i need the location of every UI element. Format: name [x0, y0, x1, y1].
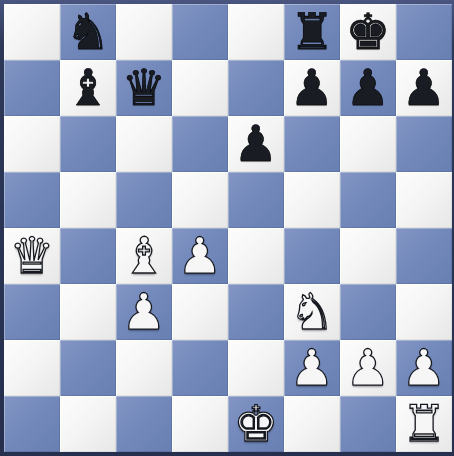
square-f2[interactable]: ♟ — [284, 340, 340, 396]
black-king-icon[interactable]: ♚ — [346, 4, 391, 60]
white-pawn-icon[interactable]: ♟ — [402, 340, 447, 396]
square-c3[interactable]: ♟ — [116, 284, 172, 340]
square-f4[interactable] — [284, 228, 340, 284]
square-b7[interactable]: ♝ — [60, 60, 116, 116]
chess-board: ♞♜♚♝♛♟♟♟♟♛♝♟♟♞♟♟♟♚♜ — [4, 4, 452, 452]
square-b2[interactable] — [60, 340, 116, 396]
square-g6[interactable] — [340, 116, 396, 172]
square-b1[interactable] — [60, 396, 116, 452]
square-b6[interactable] — [60, 116, 116, 172]
square-h5[interactable] — [396, 172, 452, 228]
black-bishop-icon[interactable]: ♝ — [66, 60, 111, 116]
square-g1[interactable] — [340, 396, 396, 452]
board-frame: ♞♜♚♝♛♟♟♟♟♛♝♟♟♞♟♟♟♚♜ — [0, 0, 454, 456]
square-e7[interactable] — [228, 60, 284, 116]
square-c4[interactable]: ♝ — [116, 228, 172, 284]
square-a6[interactable] — [4, 116, 60, 172]
white-pawn-icon[interactable]: ♟ — [290, 340, 335, 396]
square-e4[interactable] — [228, 228, 284, 284]
square-h3[interactable] — [396, 284, 452, 340]
square-f6[interactable] — [284, 116, 340, 172]
square-a3[interactable] — [4, 284, 60, 340]
square-h6[interactable] — [396, 116, 452, 172]
square-h1[interactable]: ♜ — [396, 396, 452, 452]
square-d5[interactable] — [172, 172, 228, 228]
square-e3[interactable] — [228, 284, 284, 340]
square-b4[interactable] — [60, 228, 116, 284]
black-pawn-icon[interactable]: ♟ — [402, 60, 447, 116]
square-g4[interactable] — [340, 228, 396, 284]
square-d6[interactable] — [172, 116, 228, 172]
square-c5[interactable] — [116, 172, 172, 228]
white-knight-icon[interactable]: ♞ — [290, 284, 335, 340]
square-a4[interactable]: ♛ — [4, 228, 60, 284]
square-c1[interactable] — [116, 396, 172, 452]
black-queen-icon[interactable]: ♛ — [122, 60, 167, 116]
square-g3[interactable] — [340, 284, 396, 340]
square-f7[interactable]: ♟ — [284, 60, 340, 116]
square-g8[interactable]: ♚ — [340, 4, 396, 60]
white-pawn-icon[interactable]: ♟ — [346, 340, 391, 396]
square-c6[interactable] — [116, 116, 172, 172]
square-b3[interactable] — [60, 284, 116, 340]
square-g2[interactable]: ♟ — [340, 340, 396, 396]
square-a1[interactable] — [4, 396, 60, 452]
black-pawn-icon[interactable]: ♟ — [346, 60, 391, 116]
square-d8[interactable] — [172, 4, 228, 60]
black-pawn-icon[interactable]: ♟ — [290, 60, 335, 116]
white-pawn-icon[interactable]: ♟ — [178, 228, 223, 284]
square-e5[interactable] — [228, 172, 284, 228]
square-e8[interactable] — [228, 4, 284, 60]
white-queen-icon[interactable]: ♛ — [10, 228, 55, 284]
square-e2[interactable] — [228, 340, 284, 396]
square-d7[interactable] — [172, 60, 228, 116]
square-h2[interactable]: ♟ — [396, 340, 452, 396]
white-bishop-icon[interactable]: ♝ — [122, 228, 167, 284]
square-f1[interactable] — [284, 396, 340, 452]
square-h7[interactable]: ♟ — [396, 60, 452, 116]
square-e6[interactable]: ♟ — [228, 116, 284, 172]
square-c7[interactable]: ♛ — [116, 60, 172, 116]
white-king-icon[interactable]: ♚ — [234, 396, 279, 452]
square-c2[interactable] — [116, 340, 172, 396]
square-a5[interactable] — [4, 172, 60, 228]
square-f3[interactable]: ♞ — [284, 284, 340, 340]
square-d1[interactable] — [172, 396, 228, 452]
square-f5[interactable] — [284, 172, 340, 228]
square-h4[interactable] — [396, 228, 452, 284]
black-knight-icon[interactable]: ♞ — [66, 4, 111, 60]
square-d2[interactable] — [172, 340, 228, 396]
white-pawn-icon[interactable]: ♟ — [122, 284, 167, 340]
square-g5[interactable] — [340, 172, 396, 228]
square-f8[interactable]: ♜ — [284, 4, 340, 60]
square-a7[interactable] — [4, 60, 60, 116]
black-rook-icon[interactable]: ♜ — [290, 4, 335, 60]
square-d3[interactable] — [172, 284, 228, 340]
square-h8[interactable] — [396, 4, 452, 60]
square-e1[interactable]: ♚ — [228, 396, 284, 452]
square-a2[interactable] — [4, 340, 60, 396]
square-a8[interactable] — [4, 4, 60, 60]
square-c8[interactable] — [116, 4, 172, 60]
square-b5[interactable] — [60, 172, 116, 228]
white-rook-icon[interactable]: ♜ — [402, 396, 447, 452]
square-b8[interactable]: ♞ — [60, 4, 116, 60]
black-pawn-icon[interactable]: ♟ — [234, 116, 279, 172]
square-g7[interactable]: ♟ — [340, 60, 396, 116]
square-d4[interactable]: ♟ — [172, 228, 228, 284]
